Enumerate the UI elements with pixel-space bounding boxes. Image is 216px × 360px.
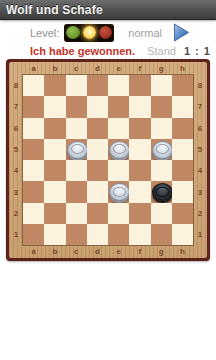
file-label-b-bottom: b	[44, 245, 65, 258]
square-c4[interactable]	[66, 160, 87, 181]
board-frame-corner	[193, 62, 207, 75]
square-f1[interactable]	[129, 224, 150, 245]
score-label: Stand	[147, 45, 176, 57]
level-row: Level: normal	[0, 22, 216, 43]
status-row: Ich habe gewonnen. Stand 1 : 1	[0, 43, 216, 58]
square-g4[interactable]	[151, 160, 172, 181]
square-h8[interactable]	[172, 75, 193, 96]
rank-label-3-left: 3	[9, 181, 23, 202]
square-f7[interactable]	[129, 96, 150, 117]
file-label-e-top: e	[108, 62, 129, 75]
rank-label-1-left: 1	[9, 224, 23, 245]
rank-label-6-left: 6	[9, 118, 23, 139]
file-label-d-top: d	[87, 62, 108, 75]
square-g1[interactable]	[151, 224, 172, 245]
square-e7[interactable]	[108, 96, 129, 117]
score-value: 1 : 1	[184, 45, 211, 57]
square-f6[interactable]	[129, 118, 150, 139]
square-d6[interactable]	[87, 118, 108, 139]
level-label: Level:	[30, 27, 59, 39]
traffic-light-amber-icon	[83, 26, 97, 40]
square-a1[interactable]	[23, 224, 44, 245]
board-frame-corner	[193, 245, 207, 258]
square-h1[interactable]	[172, 224, 193, 245]
square-d8[interactable]	[87, 75, 108, 96]
square-e3[interactable]	[108, 181, 129, 202]
rank-label-2-right: 2	[193, 203, 207, 224]
square-b2[interactable]	[44, 203, 65, 224]
rank-label-2-left: 2	[9, 203, 23, 224]
square-b1[interactable]	[44, 224, 65, 245]
square-e5[interactable]	[108, 139, 129, 160]
square-d7[interactable]	[87, 96, 108, 117]
square-b5[interactable]	[44, 139, 65, 160]
file-label-h-top: h	[172, 62, 193, 75]
square-f3[interactable]	[129, 181, 150, 202]
square-a3[interactable]	[23, 181, 44, 202]
file-label-f-bottom: f	[129, 245, 150, 258]
square-g6[interactable]	[151, 118, 172, 139]
file-label-d-bottom: d	[87, 245, 108, 258]
square-h2[interactable]	[172, 203, 193, 224]
level-traffic-light[interactable]	[64, 24, 114, 42]
rank-label-6-right: 6	[193, 118, 207, 139]
file-label-b-top: b	[44, 62, 65, 75]
file-label-f-top: f	[129, 62, 150, 75]
piece-white-man-e5[interactable]	[109, 141, 130, 159]
square-a5[interactable]	[23, 139, 44, 160]
square-g2[interactable]	[151, 203, 172, 224]
square-b7[interactable]	[44, 96, 65, 117]
rank-label-5-left: 5	[9, 139, 23, 160]
piece-black-man-g3[interactable]	[152, 183, 173, 201]
square-d2[interactable]	[87, 203, 108, 224]
square-c7[interactable]	[66, 96, 87, 117]
square-e4[interactable]	[108, 160, 129, 181]
board-frame-corner	[9, 62, 23, 75]
rank-label-4-right: 4	[193, 160, 207, 181]
square-e2[interactable]	[108, 203, 129, 224]
square-d5[interactable]	[87, 139, 108, 160]
square-d1[interactable]	[87, 224, 108, 245]
rank-label-4-left: 4	[9, 160, 23, 181]
square-g7[interactable]	[151, 96, 172, 117]
square-a8[interactable]	[23, 75, 44, 96]
traffic-light-red-icon	[99, 26, 113, 40]
piece-white-man-g5[interactable]	[152, 141, 173, 159]
play-button[interactable]	[173, 23, 191, 42]
status-message: Ich habe gewonnen.	[30, 45, 135, 57]
file-label-h-bottom: h	[172, 245, 193, 258]
board-grid: abcdefgh8877665544332211abcdefgh	[9, 62, 207, 258]
square-e6[interactable]	[108, 118, 129, 139]
rank-label-7-right: 7	[193, 96, 207, 117]
square-h7[interactable]	[172, 96, 193, 117]
rank-label-7-left: 7	[9, 96, 23, 117]
square-h6[interactable]	[172, 118, 193, 139]
square-c8[interactable]	[66, 75, 87, 96]
rank-label-3-right: 3	[193, 181, 207, 202]
square-d4[interactable]	[87, 160, 108, 181]
square-h3[interactable]	[172, 181, 193, 202]
square-e8[interactable]	[108, 75, 129, 96]
file-label-a-bottom: a	[23, 245, 44, 258]
rank-label-1-right: 1	[193, 224, 207, 245]
rank-label-5-right: 5	[193, 139, 207, 160]
square-b4[interactable]	[44, 160, 65, 181]
checkers-board: abcdefgh8877665544332211abcdefgh	[6, 59, 210, 261]
square-a4[interactable]	[23, 160, 44, 181]
file-label-g-bottom: g	[151, 245, 172, 258]
square-a6[interactable]	[23, 118, 44, 139]
file-label-g-top: g	[151, 62, 172, 75]
rank-label-8-right: 8	[193, 75, 207, 96]
square-g8[interactable]	[151, 75, 172, 96]
square-f4[interactable]	[129, 160, 150, 181]
piece-white-man-e3[interactable]	[109, 183, 130, 201]
file-label-a-top: a	[23, 62, 44, 75]
square-a7[interactable]	[23, 96, 44, 117]
title-bar: Wolf und Schafe	[0, 0, 216, 20]
square-h5[interactable]	[172, 139, 193, 160]
board-wood-frame: abcdefgh8877665544332211abcdefgh	[9, 62, 207, 258]
square-b6[interactable]	[44, 118, 65, 139]
app-title: Wolf und Schafe	[6, 3, 103, 17]
square-c3[interactable]	[66, 181, 87, 202]
file-label-e-bottom: e	[108, 245, 129, 258]
square-a2[interactable]	[23, 203, 44, 224]
square-c6[interactable]	[66, 118, 87, 139]
square-f8[interactable]	[129, 75, 150, 96]
square-h4[interactable]	[172, 160, 193, 181]
file-label-c-top: c	[66, 62, 87, 75]
square-f5[interactable]	[129, 139, 150, 160]
square-b8[interactable]	[44, 75, 65, 96]
board-frame-corner	[9, 245, 23, 258]
square-d3[interactable]	[87, 181, 108, 202]
square-b3[interactable]	[44, 181, 65, 202]
level-value: normal	[128, 27, 162, 39]
file-label-c-bottom: c	[66, 245, 87, 258]
play-icon	[173, 23, 190, 42]
square-e1[interactable]	[108, 224, 129, 245]
square-f2[interactable]	[129, 203, 150, 224]
rank-label-8-left: 8	[9, 75, 23, 96]
square-c2[interactable]	[66, 203, 87, 224]
square-c1[interactable]	[66, 224, 87, 245]
square-g3[interactable]	[151, 181, 172, 202]
traffic-light-green-icon	[66, 26, 80, 40]
square-c5[interactable]	[66, 139, 87, 160]
piece-white-man-c5[interactable]	[67, 141, 88, 159]
square-g5[interactable]	[151, 139, 172, 160]
